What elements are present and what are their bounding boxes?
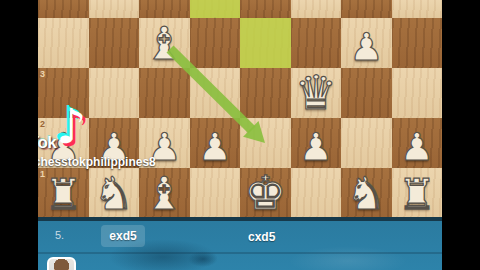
- player-avatar[interactable]: [47, 257, 76, 270]
- video-area: ♟♟♝♟3♛2♟♟♟♟♟♟1♜♞♝♚♞♜ 5. exd5 cxd5: [38, 0, 442, 270]
- move-row: 5. exd5 cxd5: [38, 221, 442, 254]
- board-square-e2[interactable]: [240, 118, 291, 168]
- board-square-h3[interactable]: [392, 68, 443, 118]
- board-square-h1[interactable]: ♜: [392, 168, 443, 218]
- last-move-highlight: [240, 18, 291, 68]
- board-square-g3[interactable]: [341, 68, 392, 118]
- board-square-b3[interactable]: [89, 68, 140, 118]
- board-square-e1[interactable]: ♚: [240, 168, 291, 218]
- move-number: 5.: [55, 229, 64, 241]
- chess-piece-white-pawn[interactable]: ♟: [190, 128, 241, 166]
- board-square-f2[interactable]: ♟: [291, 118, 342, 168]
- board-square-b1[interactable]: ♞: [89, 168, 140, 218]
- board-square-a4[interactable]: [38, 18, 89, 68]
- board-square-c5[interactable]: [139, 0, 190, 18]
- right-letterbox-bar: [442, 0, 480, 270]
- board-square-f1[interactable]: [291, 168, 342, 218]
- chess-piece-white-knight[interactable]: ♞: [341, 171, 392, 216]
- chess-piece-white-pawn[interactable]: ♟: [341, 28, 392, 66]
- board-square-g2[interactable]: [341, 118, 392, 168]
- board-square-c1[interactable]: ♝: [139, 168, 190, 218]
- board-square-e4[interactable]: [240, 18, 291, 68]
- rank-coordinate-label: 2: [40, 119, 45, 129]
- board-square-d4[interactable]: [190, 18, 241, 68]
- rank-coordinate-label: 3: [40, 69, 45, 79]
- board-square-f3[interactable]: ♛: [291, 68, 342, 118]
- chess-piece-white-king[interactable]: ♚: [240, 169, 291, 216]
- board-square-a3[interactable]: 3: [38, 68, 89, 118]
- board-square-h2[interactable]: ♟: [392, 118, 443, 168]
- board-square-g1[interactable]: ♞: [341, 168, 392, 218]
- chess-piece-white-rook[interactable]: ♜: [38, 174, 89, 216]
- chess-piece-white-pawn[interactable]: ♟: [291, 128, 342, 166]
- left-letterbox-bar: [0, 0, 38, 270]
- chess-piece-white-queen[interactable]: ♛: [291, 69, 342, 116]
- board-square-e5[interactable]: ♟: [240, 0, 291, 18]
- chess-piece-white-bishop[interactable]: ♝: [139, 21, 190, 66]
- board-square-d1[interactable]: [190, 168, 241, 218]
- black-move-cxd5[interactable]: cxd5: [248, 230, 275, 244]
- board-square-c3[interactable]: [139, 68, 190, 118]
- board-square-b5[interactable]: [89, 0, 140, 18]
- board-square-a1[interactable]: 1♜: [38, 168, 89, 218]
- board-square-b4[interactable]: [89, 18, 140, 68]
- board-square-h4[interactable]: [392, 18, 443, 68]
- board-square-h5[interactable]: [392, 0, 443, 18]
- chess-piece-white-pawn[interactable]: ♟: [392, 128, 443, 166]
- board-square-f4[interactable]: [291, 18, 342, 68]
- board-square-a5[interactable]: [38, 0, 89, 18]
- chess-piece-white-rook[interactable]: ♜: [392, 174, 443, 216]
- chess-piece-white-bishop[interactable]: ♝: [139, 171, 190, 216]
- last-move-highlight: [190, 0, 241, 18]
- board-square-f5[interactable]: [291, 0, 342, 18]
- screenshot-stage: ♟♟♝♟3♛2♟♟♟♟♟♟1♜♞♝♚♞♜ 5. exd5 cxd5 ♪ ♪ ♪ …: [0, 0, 480, 270]
- username-text: @chesstokphilippines8: [22, 155, 156, 169]
- move-list-panel: 5. exd5 cxd5: [38, 217, 442, 270]
- white-move-exd5[interactable]: exd5: [101, 225, 145, 247]
- board-square-g5[interactable]: [341, 0, 392, 18]
- chess-board[interactable]: ♟♟♝♟3♛2♟♟♟♟♟♟1♜♞♝♚♞♜: [38, 0, 442, 218]
- board-square-d2[interactable]: ♟: [190, 118, 241, 168]
- board-square-g4[interactable]: ♟: [341, 18, 392, 68]
- board-square-d3[interactable]: [190, 68, 241, 118]
- board-square-e3[interactable]: [240, 68, 291, 118]
- board-square-c4[interactable]: ♝: [139, 18, 190, 68]
- chess-piece-white-knight[interactable]: ♞: [89, 171, 140, 216]
- rank-coordinate-label: 1: [40, 169, 45, 179]
- board-square-d5[interactable]: ♟: [190, 0, 241, 18]
